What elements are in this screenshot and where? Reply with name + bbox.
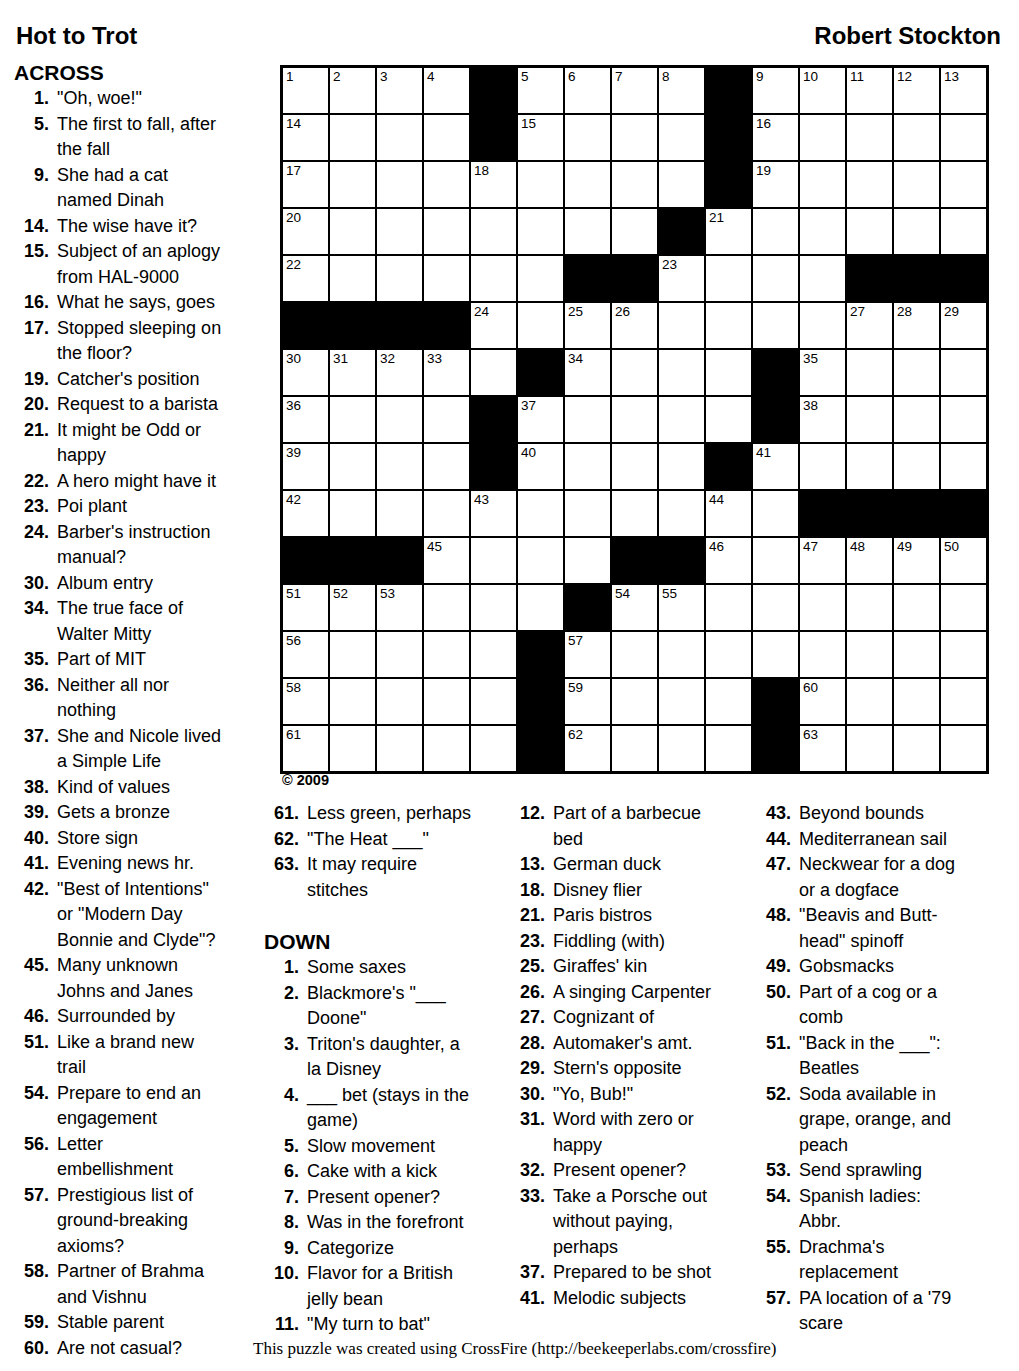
clue-text: Gets a bronze [57,800,264,826]
white-cell[interactable] [893,443,940,490]
white-cell[interactable] [470,678,517,725]
white-cell[interactable]: 43 [470,490,517,537]
black-cell [846,490,893,537]
clue-text: Neither all nor nothing [57,673,264,724]
white-cell[interactable] [376,161,423,208]
white-cell[interactable]: 19 [752,161,799,208]
white-cell[interactable] [329,443,376,490]
clue-item: 43.Beyond bounds [754,801,1014,827]
white-cell[interactable] [564,396,611,443]
white-cell[interactable]: 58 [282,678,329,725]
clue-number: 19. [12,367,49,393]
black-cell [423,302,470,349]
white-cell[interactable]: 54 [611,584,658,631]
clue-number: 5. [262,1134,299,1160]
white-cell[interactable] [376,255,423,302]
black-cell [752,349,799,396]
white-cell[interactable] [940,396,987,443]
white-cell[interactable]: 47 [799,537,846,584]
clue-item: 54.Prepare to end an engagement [12,1081,264,1132]
clue-item: 1."Oh, woe!" [12,86,264,112]
white-cell[interactable]: 16 [752,114,799,161]
white-cell[interactable] [611,161,658,208]
white-cell[interactable]: 34 [564,349,611,396]
cell-number: 62 [568,727,583,742]
cell-number: 34 [568,351,583,366]
white-cell[interactable]: 9 [752,67,799,114]
white-cell[interactable] [658,490,705,537]
cell-number: 61 [286,727,301,742]
bottom-column-1: 61.Less green, perhaps62."The Heat ___"6… [262,801,508,1338]
white-cell[interactable] [423,208,470,255]
white-cell[interactable] [564,537,611,584]
clue-item: 40.Store sign [12,826,264,852]
white-cell[interactable] [564,114,611,161]
cell-number: 37 [521,398,536,413]
white-cell[interactable] [517,490,564,537]
clue-item: 24.Barber's instruction manual? [12,520,264,571]
white-cell[interactable] [705,255,752,302]
clue-item: 60.Are not casual? [12,1336,264,1362]
white-cell[interactable] [423,490,470,537]
white-cell[interactable]: 38 [799,396,846,443]
white-cell[interactable] [376,631,423,678]
clue-item: 9.She had a cat named Dinah [12,163,264,214]
white-cell[interactable] [893,208,940,255]
white-cell[interactable] [376,725,423,772]
white-cell[interactable] [423,255,470,302]
white-cell[interactable]: 25 [564,302,611,349]
white-cell[interactable] [329,396,376,443]
white-cell[interactable]: 33 [423,349,470,396]
white-cell[interactable] [423,443,470,490]
clue-item: 11."My turn to bat" [262,1312,508,1338]
white-cell[interactable] [846,678,893,725]
white-cell[interactable]: 4 [423,67,470,114]
white-cell[interactable]: 20 [282,208,329,255]
white-cell[interactable]: 44 [705,490,752,537]
black-cell [893,490,940,537]
white-cell[interactable]: 52 [329,584,376,631]
black-cell [752,725,799,772]
white-cell[interactable] [940,208,987,255]
clue-item: 57.PA location of a '79 scare [754,1286,1014,1337]
white-cell[interactable] [564,208,611,255]
cell-number: 1 [286,69,294,84]
white-cell[interactable]: 21 [705,208,752,255]
clue-text: Partner of Brahma and Vishnu [57,1259,264,1310]
white-cell[interactable] [423,678,470,725]
white-cell[interactable]: 6 [564,67,611,114]
cell-number: 55 [662,586,677,601]
white-cell[interactable] [846,114,893,161]
clue-text: Spanish ladies: Abbr. [799,1184,1014,1235]
white-cell[interactable] [376,443,423,490]
white-cell[interactable] [329,114,376,161]
white-cell[interactable]: 35 [799,349,846,396]
white-cell[interactable] [705,725,752,772]
white-cell[interactable]: 56 [282,631,329,678]
white-cell[interactable]: 32 [376,349,423,396]
clue-item: 5.Slow movement [262,1134,508,1160]
white-cell[interactable] [611,396,658,443]
white-cell[interactable] [846,349,893,396]
black-cell [564,255,611,302]
white-cell[interactable] [376,208,423,255]
white-cell[interactable] [752,631,799,678]
white-cell[interactable] [423,631,470,678]
white-cell[interactable]: 8 [658,67,705,114]
white-cell[interactable]: 39 [282,443,329,490]
clue-text: Beyond bounds [799,801,1014,827]
white-cell[interactable] [329,678,376,725]
white-cell[interactable] [658,349,705,396]
white-cell[interactable] [940,443,987,490]
clue-text: It might be Odd or happy [57,418,264,469]
black-cell [564,584,611,631]
crossword-page: Hot to Trot Robert Stockton 123456789101… [0,0,1019,1371]
white-cell[interactable] [423,114,470,161]
white-cell[interactable]: 37 [517,396,564,443]
clue-number: 57. [12,1183,49,1260]
clue-item: 46.Surrounded by [12,1004,264,1030]
cell-number: 24 [474,304,489,319]
white-cell[interactable] [705,302,752,349]
white-cell[interactable]: 3 [376,67,423,114]
white-cell[interactable] [893,725,940,772]
black-cell [940,255,987,302]
white-cell[interactable] [799,302,846,349]
white-cell[interactable] [564,161,611,208]
white-cell[interactable]: 31 [329,349,376,396]
clue-text: "Oh, woe!" [57,86,264,112]
white-cell[interactable] [611,678,658,725]
white-cell[interactable] [752,490,799,537]
white-cell[interactable] [470,349,517,396]
white-cell[interactable]: 29 [940,302,987,349]
cell-number: 30 [286,351,301,366]
white-cell[interactable]: 48 [846,537,893,584]
white-cell[interactable] [329,490,376,537]
white-cell[interactable] [799,208,846,255]
white-cell[interactable] [658,396,705,443]
clue-number: 29. [508,1056,545,1082]
clue-text: Gobsmacks [799,954,1014,980]
clue-item: 47.Neckwear for a dog or a dogface [754,852,1014,903]
white-cell[interactable] [846,584,893,631]
white-cell[interactable]: 59 [564,678,611,725]
white-cell[interactable] [846,631,893,678]
white-cell[interactable]: 12 [893,67,940,114]
white-cell[interactable] [846,161,893,208]
clue-number: 1. [12,86,49,112]
across-clue-list-continued: 61.Less green, perhaps62."The Heat ___"6… [262,801,508,903]
white-cell[interactable]: 53 [376,584,423,631]
white-cell[interactable]: 13 [940,67,987,114]
clue-number: 26. [508,980,545,1006]
white-cell[interactable] [705,631,752,678]
white-cell[interactable] [893,114,940,161]
white-cell[interactable]: 1 [282,67,329,114]
cell-number: 14 [286,116,301,131]
white-cell[interactable] [846,725,893,772]
clue-number: 17. [12,316,49,367]
white-cell[interactable] [799,114,846,161]
white-cell[interactable]: 18 [470,161,517,208]
clue-item: 1.Some saxes [262,955,508,981]
clue-item: 61.Less green, perhaps [262,801,508,827]
white-cell[interactable] [517,584,564,631]
white-cell[interactable] [423,725,470,772]
white-cell[interactable] [470,631,517,678]
white-cell[interactable]: 22 [282,255,329,302]
white-cell[interactable] [376,490,423,537]
black-cell [705,114,752,161]
clue-text: "The Heat ___" [307,827,508,853]
white-cell[interactable]: 57 [564,631,611,678]
clue-number: 6. [262,1159,299,1185]
clue-text: Store sign [57,826,264,852]
clue-text: Neckwear for a dog or a dogface [799,852,1014,903]
white-cell[interactable] [611,443,658,490]
white-cell[interactable] [423,161,470,208]
black-cell [611,255,658,302]
white-cell[interactable] [329,161,376,208]
white-cell[interactable] [940,725,987,772]
white-cell[interactable]: 45 [423,537,470,584]
clue-item: 36.Neither all nor nothing [12,673,264,724]
white-cell[interactable]: 2 [329,67,376,114]
white-cell[interactable] [423,396,470,443]
white-cell[interactable]: 62 [564,725,611,772]
white-cell[interactable] [893,161,940,208]
black-cell [470,114,517,161]
white-cell[interactable] [611,349,658,396]
black-cell [517,725,564,772]
white-cell[interactable] [705,396,752,443]
white-cell[interactable] [658,631,705,678]
white-cell[interactable]: 27 [846,302,893,349]
white-cell[interactable]: 7 [611,67,658,114]
white-cell[interactable] [799,443,846,490]
white-cell[interactable]: 30 [282,349,329,396]
white-cell[interactable] [564,490,611,537]
clue-number: 31. [508,1107,545,1158]
clue-item: 5.The first to fall, after the fall [12,112,264,163]
cell-number: 35 [803,351,818,366]
clue-number: 20. [12,392,49,418]
white-cell[interactable] [423,584,470,631]
cell-number: 7 [615,69,623,84]
white-cell[interactable] [329,208,376,255]
white-cell[interactable] [517,208,564,255]
white-cell[interactable]: 14 [282,114,329,161]
white-cell[interactable] [799,631,846,678]
black-cell [658,208,705,255]
white-cell[interactable] [846,208,893,255]
clue-number: 62. [262,827,299,853]
black-cell [376,302,423,349]
white-cell[interactable]: 51 [282,584,329,631]
white-cell[interactable]: 63 [799,725,846,772]
white-cell[interactable] [376,678,423,725]
crossword-grid: 1234567891011121314151617181920212223242… [280,65,989,774]
white-cell[interactable] [846,396,893,443]
clue-item: 52.Soda available in grape, orange, and … [754,1082,1014,1159]
clue-item: 56.Letter embellishment [12,1132,264,1183]
clue-item: 13.German duck [508,852,754,878]
white-cell[interactable] [611,490,658,537]
bottom-column-3: 43.Beyond bounds44.Mediterranean sail47.… [754,801,1014,1337]
white-cell[interactable] [752,584,799,631]
white-cell[interactable] [752,208,799,255]
white-cell[interactable] [658,678,705,725]
clue-number: 32. [508,1158,545,1184]
white-cell[interactable]: 40 [517,443,564,490]
clue-text: Poi plant [57,494,264,520]
white-cell[interactable]: 61 [282,725,329,772]
clue-number: 21. [12,418,49,469]
white-cell[interactable]: 10 [799,67,846,114]
clue-number: 8. [262,1210,299,1236]
white-cell[interactable]: 46 [705,537,752,584]
cell-number: 58 [286,680,301,695]
white-cell[interactable] [658,302,705,349]
clue-text: Prepare to end an engagement [57,1081,264,1132]
black-cell [282,302,329,349]
clue-item: 58.Partner of Brahma and Vishnu [12,1259,264,1310]
down-clue-list-1: 1.Some saxes2.Blackmore's "___ Doone"3.T… [262,955,508,1338]
white-cell[interactable] [940,114,987,161]
white-cell[interactable] [470,208,517,255]
black-cell [940,490,987,537]
white-cell[interactable] [799,161,846,208]
white-cell[interactable] [376,396,423,443]
clue-number: 23. [12,494,49,520]
white-cell[interactable] [940,161,987,208]
white-cell[interactable] [752,302,799,349]
white-cell[interactable] [799,584,846,631]
page-title: Hot to Trot [16,22,137,50]
clue-item: 3.Triton's daughter, a la Disney [262,1032,508,1083]
white-cell[interactable]: 23 [658,255,705,302]
clue-text: Send sprawling [799,1158,1014,1184]
white-cell[interactable] [893,678,940,725]
white-cell[interactable] [940,678,987,725]
white-cell[interactable] [517,161,564,208]
white-cell[interactable]: 26 [611,302,658,349]
white-cell[interactable] [893,396,940,443]
white-cell[interactable] [329,255,376,302]
clue-number: 33. [508,1184,545,1261]
clue-number: 21. [508,903,545,929]
clue-number: 51. [12,1030,49,1081]
white-cell[interactable] [705,584,752,631]
clue-item: 41.Evening news hr. [12,851,264,877]
white-cell[interactable] [658,114,705,161]
white-cell[interactable]: 17 [282,161,329,208]
white-cell[interactable]: 42 [282,490,329,537]
clue-item: 31.Word with zero or happy [508,1107,754,1158]
white-cell[interactable]: 36 [282,396,329,443]
cell-number: 57 [568,633,583,648]
white-cell[interactable] [329,725,376,772]
white-cell[interactable] [705,349,752,396]
white-cell[interactable] [517,302,564,349]
white-cell[interactable] [893,349,940,396]
black-cell [376,537,423,584]
clue-number: 14. [12,214,49,240]
white-cell[interactable]: 41 [752,443,799,490]
white-cell[interactable] [893,631,940,678]
white-cell[interactable] [470,584,517,631]
white-cell[interactable] [940,349,987,396]
clue-text: A singing Carpenter [553,980,754,1006]
white-cell[interactable] [517,537,564,584]
cell-number: 22 [286,257,301,272]
white-cell[interactable] [470,255,517,302]
cell-number: 32 [380,351,395,366]
white-cell[interactable]: 55 [658,584,705,631]
white-cell[interactable]: 5 [517,67,564,114]
clue-number: 4. [262,1083,299,1134]
white-cell[interactable] [752,255,799,302]
white-cell[interactable] [329,631,376,678]
cell-number: 13 [944,69,959,84]
white-cell[interactable]: 11 [846,67,893,114]
white-cell[interactable] [658,161,705,208]
white-cell[interactable] [705,678,752,725]
white-cell[interactable] [376,114,423,161]
cell-number: 6 [568,69,576,84]
cell-number: 5 [521,69,529,84]
white-cell[interactable] [846,443,893,490]
black-cell [282,537,329,584]
white-cell[interactable] [611,631,658,678]
clue-number: 41. [508,1286,545,1312]
clue-text: Prepared to be shot [553,1260,754,1286]
white-cell[interactable] [611,208,658,255]
white-cell[interactable] [611,725,658,772]
cell-number: 21 [709,210,724,225]
white-cell[interactable] [940,631,987,678]
white-cell[interactable]: 49 [893,537,940,584]
clue-item: 25.Giraffes' kin [508,954,754,980]
cell-number: 2 [333,69,341,84]
white-cell[interactable] [611,114,658,161]
white-cell[interactable] [658,725,705,772]
white-cell[interactable] [658,443,705,490]
white-cell[interactable]: 60 [799,678,846,725]
white-cell[interactable] [470,725,517,772]
white-cell[interactable] [564,443,611,490]
black-cell [799,490,846,537]
cell-number: 29 [944,304,959,319]
white-cell[interactable]: 50 [940,537,987,584]
white-cell[interactable]: 28 [893,302,940,349]
white-cell[interactable] [517,255,564,302]
white-cell[interactable] [893,584,940,631]
white-cell[interactable]: 24 [470,302,517,349]
cell-number: 12 [897,69,912,84]
white-cell[interactable] [799,255,846,302]
white-cell[interactable] [940,584,987,631]
white-cell[interactable] [752,537,799,584]
white-cell[interactable]: 15 [517,114,564,161]
white-cell[interactable] [470,537,517,584]
clue-number: 24. [12,520,49,571]
black-cell [705,67,752,114]
